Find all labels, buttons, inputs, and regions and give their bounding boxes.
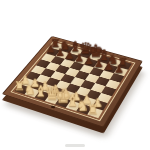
- piece-white-pawn: ♟: [20, 75, 31, 86]
- square-g6: [100, 70, 114, 79]
- chess-board: ♜♞♝♛♚♝♞♜♟♟♟♟♟♟♟♟♟♟♟♟♟♟♟♟♜♞♝♛♚♝♞♜: [2, 36, 143, 128]
- piece-white-pawn: ♟: [92, 97, 104, 109]
- square-h1: ♜: [87, 107, 103, 118]
- piece-black-rook: ♜: [117, 57, 128, 69]
- product-photo-scene: ♜♞♝♛♚♝♞♜♟♟♟♟♟♟♟♟♟♟♟♟♟♟♟♟♜♞♝♛♚♝♞♜: [0, 0, 150, 150]
- square-b2: ♟: [30, 81, 45, 91]
- square-h6: [110, 73, 124, 82]
- watermark: [65, 144, 85, 147]
